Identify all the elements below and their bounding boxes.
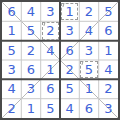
cell-r5c5[interactable]: 1 (79, 79, 98, 98)
cell-r2c4[interactable]: 3 (60, 21, 79, 40)
cell-r2c5[interactable]: 4 (79, 21, 98, 40)
cell-digit: 6 (27, 63, 35, 76)
cell-digit: 2 (66, 63, 74, 76)
cell-r2c1[interactable]: 1 (2, 21, 21, 40)
cell-digit: 5 (27, 24, 35, 37)
cell-digit: 1 (8, 24, 16, 37)
cell-digit: 1 (104, 44, 112, 57)
cell-digit: 4 (104, 63, 112, 76)
cell-r4c4[interactable]: 2 (60, 60, 79, 79)
cell-grid: 643125152346524631361254436512215463 (2, 2, 118, 118)
cell-r5c2[interactable]: 3 (21, 79, 40, 98)
cell-digit: 1 (27, 102, 35, 115)
cell-r2c2[interactable]: 5 (21, 21, 40, 40)
cell-r3c2[interactable]: 2 (21, 41, 40, 60)
cell-r6c2[interactable]: 1 (21, 99, 40, 118)
cell-r4c5[interactable]: 5 (79, 60, 98, 79)
cell-digit: 5 (104, 5, 112, 18)
cell-digit: 3 (104, 102, 112, 115)
corner-tick-icon (62, 3, 64, 7)
cell-digit: 1 (66, 5, 74, 18)
cell-digit: 3 (46, 5, 54, 18)
cell-digit: 1 (85, 82, 93, 95)
cell-r4c3[interactable]: 1 (41, 60, 60, 79)
cell-r1c5[interactable]: 2 (79, 2, 98, 21)
cell-r1c3[interactable]: 3 (41, 2, 60, 21)
sudoku-board: 643125152346524631361254436512215463 (0, 0, 120, 120)
cell-digit: 2 (46, 24, 54, 37)
cell-digit: 5 (46, 102, 54, 115)
cell-digit: 3 (27, 82, 35, 95)
cell-digit: 2 (27, 44, 35, 57)
cell-r4c1[interactable]: 3 (2, 60, 21, 79)
cell-digit: 4 (46, 44, 54, 57)
corner-tick-icon (43, 22, 45, 26)
cell-digit: 4 (27, 5, 35, 18)
cell-digit: 3 (8, 63, 16, 76)
cell-r2c6[interactable]: 6 (99, 21, 118, 40)
cell-r1c4[interactable]: 1 (60, 2, 79, 21)
cell-digit: 2 (85, 5, 93, 18)
cell-r4c6[interactable]: 4 (99, 60, 118, 79)
cell-r1c1[interactable]: 6 (2, 2, 21, 21)
cell-r4c2[interactable]: 6 (21, 60, 40, 79)
cell-digit: 2 (8, 102, 16, 115)
cell-r5c3[interactable]: 6 (41, 79, 60, 98)
cell-digit: 6 (8, 5, 16, 18)
cell-digit: 4 (66, 102, 74, 115)
cell-digit: 6 (46, 82, 54, 95)
cell-digit: 5 (8, 44, 16, 57)
cell-r6c3[interactable]: 5 (41, 99, 60, 118)
cell-r3c6[interactable]: 1 (99, 41, 118, 60)
cell-r6c6[interactable]: 3 (99, 99, 118, 118)
cell-r5c4[interactable]: 5 (60, 79, 79, 98)
cell-digit: 3 (85, 44, 93, 57)
cell-r1c6[interactable]: 5 (99, 2, 118, 21)
cell-digit: 6 (66, 44, 74, 57)
cell-r2c3[interactable]: 2 (41, 21, 60, 40)
cell-r6c1[interactable]: 2 (2, 99, 21, 118)
cell-digit: 4 (85, 24, 93, 37)
cell-digit: 3 (66, 24, 74, 37)
cell-r6c4[interactable]: 4 (60, 99, 79, 118)
cell-digit: 6 (85, 102, 93, 115)
cell-digit: 1 (46, 63, 54, 76)
cell-r5c1[interactable]: 4 (2, 79, 21, 98)
corner-tick-icon (82, 61, 84, 65)
cell-digit: 5 (85, 63, 93, 76)
cell-r1c2[interactable]: 4 (21, 2, 40, 21)
cell-digit: 2 (104, 82, 112, 95)
cell-digit: 5 (66, 82, 74, 95)
cell-digit: 4 (8, 82, 16, 95)
cell-r5c6[interactable]: 2 (99, 79, 118, 98)
cell-digit: 6 (104, 24, 112, 37)
cell-r3c5[interactable]: 3 (79, 41, 98, 60)
cell-r3c4[interactable]: 6 (60, 41, 79, 60)
cell-r3c3[interactable]: 4 (41, 41, 60, 60)
cell-r6c5[interactable]: 6 (79, 99, 98, 118)
cell-r3c1[interactable]: 5 (2, 41, 21, 60)
